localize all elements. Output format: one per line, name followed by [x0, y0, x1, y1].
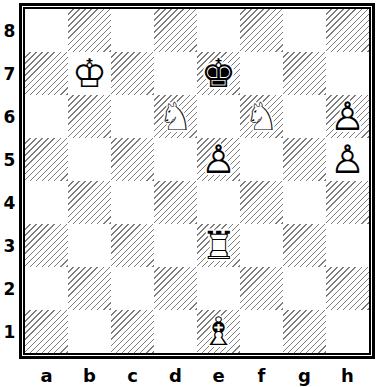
square-e4[interactable] — [197, 181, 240, 224]
square-a8[interactable] — [25, 9, 68, 52]
square-d3[interactable] — [154, 224, 197, 267]
square-g7[interactable] — [283, 52, 326, 95]
square-c3[interactable] — [111, 224, 154, 267]
rank-label-5: 5 — [0, 138, 19, 181]
square-h7[interactable] — [326, 52, 369, 95]
square-a7[interactable] — [25, 52, 68, 95]
rank-label-7: 7 — [0, 52, 19, 95]
square-c8[interactable] — [111, 9, 154, 52]
rank-label-6: 6 — [0, 95, 19, 138]
square-e3[interactable]: ♜♖ — [197, 224, 240, 267]
white-bishop-halo: ♝ — [197, 310, 240, 353]
square-g8[interactable] — [283, 9, 326, 52]
white-pawn-halo: ♟ — [197, 138, 240, 181]
piece-white-knight-f6: ♘ — [240, 95, 283, 138]
square-f2[interactable] — [240, 267, 283, 310]
square-d1[interactable] — [154, 310, 197, 353]
white-knight-halo: ♞ — [154, 95, 197, 138]
piece-white-king-b7: ♔ — [68, 52, 111, 95]
chess-diagram: 87654321 ♚♔♚♚♞♘♞♘♟♙♟♙♟♙♜♖♝♗ abcdefgh — [0, 0, 383, 387]
square-f8[interactable] — [240, 9, 283, 52]
square-b4[interactable] — [68, 181, 111, 224]
piece-white-pawn-e5: ♙ — [197, 138, 240, 181]
file-label-f: f — [240, 362, 283, 386]
square-a2[interactable] — [25, 267, 68, 310]
white-pawn-halo: ♟ — [326, 138, 369, 181]
corner-spacer — [0, 360, 19, 387]
square-c7[interactable] — [111, 52, 154, 95]
rank-label-4: 4 — [0, 181, 19, 224]
square-f6[interactable]: ♞♘ — [240, 95, 283, 138]
square-c4[interactable] — [111, 181, 154, 224]
square-b8[interactable] — [68, 9, 111, 52]
board-frame-inner: ♚♔♚♚♞♘♞♘♟♙♟♙♟♙♜♖♝♗ — [23, 7, 371, 355]
piece-white-bishop-e1: ♗ — [197, 310, 240, 353]
file-label-h: h — [326, 362, 369, 386]
black-king-halo: ♚ — [197, 52, 240, 95]
square-e8[interactable] — [197, 9, 240, 52]
square-f3[interactable] — [240, 224, 283, 267]
square-h8[interactable] — [326, 9, 369, 52]
square-g3[interactable] — [283, 224, 326, 267]
square-h5[interactable]: ♟♙ — [326, 138, 369, 181]
piece-black-king-e7: ♚ — [197, 52, 240, 95]
square-h4[interactable] — [326, 181, 369, 224]
square-d6[interactable]: ♞♘ — [154, 95, 197, 138]
square-f1[interactable] — [240, 310, 283, 353]
square-a5[interactable] — [25, 138, 68, 181]
square-e5[interactable]: ♟♙ — [197, 138, 240, 181]
square-e2[interactable] — [197, 267, 240, 310]
board-frame: ♚♔♚♚♞♘♞♘♟♙♟♙♟♙♜♖♝♗ — [19, 3, 375, 359]
square-a6[interactable] — [25, 95, 68, 138]
square-c1[interactable] — [111, 310, 154, 353]
square-d5[interactable] — [154, 138, 197, 181]
square-g5[interactable] — [283, 138, 326, 181]
rank-label-1: 1 — [0, 310, 19, 353]
square-b3[interactable] — [68, 224, 111, 267]
square-d4[interactable] — [154, 181, 197, 224]
piece-white-rook-e3: ♖ — [197, 224, 240, 267]
white-pawn-halo: ♟ — [326, 95, 369, 138]
piece-white-pawn-h6: ♙ — [326, 95, 369, 138]
square-g6[interactable] — [283, 95, 326, 138]
file-label-b: b — [68, 362, 111, 386]
rank-label-3: 3 — [0, 224, 19, 267]
square-e1[interactable]: ♝♗ — [197, 310, 240, 353]
square-e6[interactable] — [197, 95, 240, 138]
square-d7[interactable] — [154, 52, 197, 95]
square-f5[interactable] — [240, 138, 283, 181]
file-label-g: g — [283, 362, 326, 386]
square-d2[interactable] — [154, 267, 197, 310]
square-g2[interactable] — [283, 267, 326, 310]
square-a4[interactable] — [25, 181, 68, 224]
square-g4[interactable] — [283, 181, 326, 224]
square-b2[interactable] — [68, 267, 111, 310]
square-a3[interactable] — [25, 224, 68, 267]
file-label-a: a — [25, 362, 68, 386]
file-label-c: c — [111, 362, 154, 386]
square-b7[interactable]: ♚♔ — [68, 52, 111, 95]
square-h1[interactable] — [326, 310, 369, 353]
piece-white-pawn-h5: ♙ — [326, 138, 369, 181]
chess-board: ♚♔♚♚♞♘♞♘♟♙♟♙♟♙♜♖♝♗ — [25, 9, 369, 353]
square-b5[interactable] — [68, 138, 111, 181]
white-king-halo: ♚ — [68, 52, 111, 95]
square-d8[interactable] — [154, 9, 197, 52]
piece-white-knight-d6: ♘ — [154, 95, 197, 138]
square-c6[interactable] — [111, 95, 154, 138]
square-a1[interactable] — [25, 310, 68, 353]
square-b1[interactable] — [68, 310, 111, 353]
square-g1[interactable] — [283, 310, 326, 353]
square-c5[interactable] — [111, 138, 154, 181]
file-label-e: e — [197, 362, 240, 386]
square-f7[interactable] — [240, 52, 283, 95]
square-h3[interactable] — [326, 224, 369, 267]
square-b6[interactable] — [68, 95, 111, 138]
rank-label-2: 2 — [0, 267, 19, 310]
rank-label-8: 8 — [0, 9, 19, 52]
square-f4[interactable] — [240, 181, 283, 224]
file-labels: abcdefgh — [25, 360, 383, 387]
square-h2[interactable] — [326, 267, 369, 310]
square-e7[interactable]: ♚♚ — [197, 52, 240, 95]
square-h6[interactable]: ♟♙ — [326, 95, 369, 138]
rank-labels: 87654321 — [0, 0, 19, 360]
white-rook-halo: ♜ — [197, 224, 240, 267]
file-label-d: d — [154, 362, 197, 386]
white-knight-halo: ♞ — [240, 95, 283, 138]
square-c2[interactable] — [111, 267, 154, 310]
